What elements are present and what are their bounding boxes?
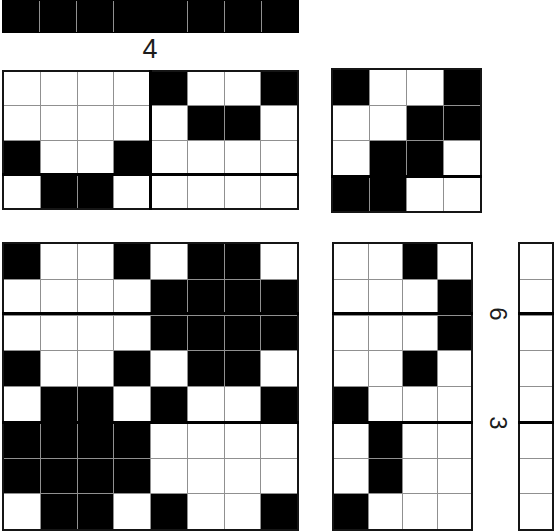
grid_c-cell-r1c4[interactable] [114, 244, 150, 279]
grid_a-cell-r4c2[interactable] [41, 175, 77, 208]
grid_d-cell-r5c1[interactable] [334, 387, 368, 422]
grid_a-cell-r4c1[interactable] [4, 175, 40, 208]
grid_c-cell-r2c5[interactable] [151, 280, 187, 315]
grid_c-cell-r2c2[interactable] [41, 280, 77, 315]
grid_d-cell-r1c1[interactable] [334, 244, 368, 279]
grid-top-right-board [331, 68, 482, 213]
grid_a-cell-r3c4[interactable] [114, 141, 150, 174]
grid_a-cell-r2c2[interactable] [41, 106, 77, 139]
grid_c-cell-r3c5[interactable] [151, 316, 187, 351]
grid_d-cell-r4c3[interactable] [403, 351, 437, 386]
grid_d-cell-r8c3[interactable] [403, 494, 437, 529]
answer-column-row2-divider [518, 312, 554, 315]
grid_c-cell-r4c8[interactable] [261, 351, 297, 386]
grid_c-cell-r6c8[interactable] [261, 423, 297, 458]
grid_c-cell-r3c6[interactable] [188, 316, 224, 351]
grid_d-cell-r7c3[interactable] [403, 459, 437, 494]
grid_c-cell-r2c6[interactable] [188, 280, 224, 315]
grid_c-cell-r4c2[interactable] [41, 351, 77, 386]
clue-number-6: 6 [484, 300, 512, 328]
grid_b-cell-r1c3[interactable] [407, 70, 443, 105]
grid_c-cell-r1c6[interactable] [188, 244, 224, 279]
top_bar-cell-r1c4 [114, 1, 150, 32]
grid_c-cell-r8c6[interactable] [188, 494, 224, 529]
grid_c-cell-r2c1[interactable] [4, 280, 40, 315]
grid_d-cell-r8c2[interactable] [369, 494, 403, 529]
grid_a-cell-r2c5[interactable] [151, 106, 187, 139]
grid_b-cell-r2c4[interactable] [444, 106, 480, 141]
grid_b-cell-r3c3[interactable] [407, 141, 443, 176]
grid_a-cell-r3c5[interactable] [151, 141, 187, 174]
grid_c-cell-r8c3[interactable] [78, 494, 114, 529]
grid_d-cell-r3c2[interactable] [369, 316, 403, 351]
answer_column-cell-r2c1[interactable] [520, 280, 552, 315]
answer-column [518, 242, 554, 531]
grid_c-cell-r8c1[interactable] [4, 494, 40, 529]
grid-bottom-middle-board [332, 242, 473, 531]
clue-number-4: 4 [132, 34, 168, 64]
grid_b-cell-r4c1[interactable] [333, 177, 369, 212]
answer-column-board [518, 242, 554, 531]
grid_b-cell-r1c4[interactable] [444, 70, 480, 105]
grid-top-right-row3-divider [331, 175, 482, 178]
grid_d-cell-r7c4[interactable] [438, 459, 472, 494]
answer_column-cell-r5c1[interactable] [520, 387, 552, 422]
grid_d-cell-r3c3[interactable] [403, 316, 437, 351]
grid_a-cell-r2c6[interactable] [188, 106, 224, 139]
grid_a-cell-r1c3[interactable] [78, 72, 114, 105]
answer-column-row5-divider [518, 421, 554, 424]
grid_c-cell-r6c7[interactable] [225, 423, 261, 458]
grid_c-cell-r7c5[interactable] [151, 459, 187, 494]
grid_a-cell-r3c1[interactable] [4, 141, 40, 174]
grid_c-cell-r5c2[interactable] [41, 387, 77, 422]
grid_d-cell-r4c4[interactable] [438, 351, 472, 386]
grid_a-cell-r1c6[interactable] [188, 72, 224, 105]
grid_d-cell-r5c4[interactable] [438, 387, 472, 422]
grid_a-cell-r1c1[interactable] [4, 72, 40, 105]
answer_column-cell-r7c1[interactable] [520, 459, 552, 494]
grid_b-cell-r4c4[interactable] [444, 177, 480, 212]
grid_c-cell-r4c5[interactable] [151, 351, 187, 386]
grid_a-cell-r4c5[interactable] [151, 175, 187, 208]
grid_a-cell-r4c6[interactable] [188, 175, 224, 208]
grid_c-cell-r8c5[interactable] [151, 494, 187, 529]
grid_c-cell-r3c1[interactable] [4, 316, 40, 351]
grid_b-cell-r3c4[interactable] [444, 141, 480, 176]
grid_c-cell-r7c2[interactable] [41, 459, 77, 494]
grid_c-cell-r3c2[interactable] [41, 316, 77, 351]
top-bar-center-divider [149, 0, 152, 33]
grid_c-cell-r7c6[interactable] [188, 459, 224, 494]
grid_c-cell-r3c4[interactable] [114, 316, 150, 351]
grid_d-cell-r6c2[interactable] [369, 423, 403, 458]
grid_a-cell-r4c3[interactable] [78, 175, 114, 208]
grid_c-cell-r5c5[interactable] [151, 387, 187, 422]
top-clue-bar [2, 0, 299, 33]
grid_d-cell-r4c1[interactable] [334, 351, 368, 386]
grid-bottom-left-row2-divider [2, 312, 299, 315]
answer_column-cell-r6c1[interactable] [520, 423, 552, 458]
answer_column-cell-r3c1[interactable] [520, 316, 552, 351]
grid_c-cell-r7c7[interactable] [225, 459, 261, 494]
grid-bottom-left-board [2, 242, 299, 531]
grid_a-cell-r1c8[interactable] [261, 72, 297, 105]
grid_b-cell-r4c3[interactable] [407, 177, 443, 212]
grid_d-cell-r6c1[interactable] [334, 423, 368, 458]
grid_c-cell-r4c4[interactable] [114, 351, 150, 386]
grid_c-cell-r1c2[interactable] [41, 244, 77, 279]
grid-bottom-middle-row2-divider [332, 312, 473, 315]
grid_c-cell-r4c1[interactable] [4, 351, 40, 386]
top_bar-cell-r1c6 [188, 1, 224, 32]
grid_a-cell-r3c8[interactable] [261, 141, 297, 174]
grid_d-cell-r8c4[interactable] [438, 494, 472, 529]
grid_c-cell-r6c6[interactable] [188, 423, 224, 458]
grid-top-left [2, 70, 299, 210]
grid_a-cell-r2c4[interactable] [114, 106, 150, 139]
top_bar-cell-r1c8 [262, 1, 298, 32]
grid_d-cell-r5c3[interactable] [403, 387, 437, 422]
grid_b-cell-r2c1[interactable] [333, 106, 369, 141]
grid_d-cell-r6c4[interactable] [438, 423, 472, 458]
grid_a-cell-r3c7[interactable] [225, 141, 261, 174]
grid_c-cell-r1c3[interactable] [78, 244, 114, 279]
grid_b-cell-r2c3[interactable] [407, 106, 443, 141]
grid_d-cell-r2c1[interactable] [334, 280, 368, 315]
grid_c-cell-r6c2[interactable] [41, 423, 77, 458]
grid-bottom-left-row5-divider [2, 421, 299, 424]
grid_d-cell-r8c1[interactable] [334, 494, 368, 529]
grid_d-cell-r7c1[interactable] [334, 459, 368, 494]
grid_b-cell-r3c2[interactable] [370, 141, 406, 176]
grid_a-cell-r1c7[interactable] [225, 72, 261, 105]
grid_b-cell-r2c2[interactable] [370, 106, 406, 141]
grid_c-cell-r8c2[interactable] [41, 494, 77, 529]
grid-bottom-middle [332, 242, 473, 531]
grid_c-cell-r5c4[interactable] [114, 387, 150, 422]
grid_d-cell-r7c2[interactable] [369, 459, 403, 494]
grid_c-cell-r8c8[interactable] [261, 494, 297, 529]
grid_c-cell-r3c8[interactable] [261, 316, 297, 351]
clue-number-3: 3 [484, 409, 512, 437]
grid-top-left-center-fold-line [149, 70, 152, 210]
grid_c-cell-r2c3[interactable] [78, 280, 114, 315]
grid_c-cell-r1c8[interactable] [261, 244, 297, 279]
grid_a-cell-r2c7[interactable] [225, 106, 261, 139]
grid_c-cell-r3c3[interactable] [78, 316, 114, 351]
grid_b-cell-r1c1[interactable] [333, 70, 369, 105]
grid_c-cell-r5c1[interactable] [4, 387, 40, 422]
grid_c-cell-r2c7[interactable] [225, 280, 261, 315]
grid_a-cell-r3c2[interactable] [41, 141, 77, 174]
grid_c-cell-r5c3[interactable] [78, 387, 114, 422]
grid_b-cell-r3c1[interactable] [333, 141, 369, 176]
grid_c-cell-r1c1[interactable] [4, 244, 40, 279]
grid_c-cell-r7c8[interactable] [261, 459, 297, 494]
grid_d-cell-r1c2[interactable] [369, 244, 403, 279]
grid_c-cell-r5c6[interactable] [188, 387, 224, 422]
grid_a-cell-r1c2[interactable] [41, 72, 77, 105]
grid_a-cell-r3c6[interactable] [188, 141, 224, 174]
grid_d-cell-r2c2[interactable] [369, 280, 403, 315]
grid_c-cell-r6c1[interactable] [4, 423, 40, 458]
top_bar-cell-r1c2 [40, 1, 76, 32]
grid_d-cell-r5c2[interactable] [369, 387, 403, 422]
grid_c-cell-r1c7[interactable] [225, 244, 261, 279]
grid_d-cell-r6c3[interactable] [403, 423, 437, 458]
grid_a-cell-r2c8[interactable] [261, 106, 297, 139]
grid-bottom-middle-row5-divider [332, 421, 473, 424]
grid_a-cell-r4c7[interactable] [225, 175, 261, 208]
top_bar-cell-r1c1 [3, 1, 39, 32]
grid_d-cell-r4c2[interactable] [369, 351, 403, 386]
grid_c-cell-r5c8[interactable] [261, 387, 297, 422]
grid_c-cell-r6c3[interactable] [78, 423, 114, 458]
grid_a-cell-r1c5[interactable] [151, 72, 187, 105]
top_bar-cell-r1c3 [77, 1, 113, 32]
answer_column-cell-r8c1[interactable] [520, 494, 552, 529]
grid-top-left-row3-divider [2, 173, 299, 176]
grid_c-cell-r1c5[interactable] [151, 244, 187, 279]
grid_d-cell-r1c3[interactable] [403, 244, 437, 279]
grid_a-cell-r4c4[interactable] [114, 175, 150, 208]
grid_a-cell-r3c3[interactable] [78, 141, 114, 174]
grid_c-cell-r4c6[interactable] [188, 351, 224, 386]
grid_c-cell-r8c7[interactable] [225, 494, 261, 529]
grid_b-cell-r4c2[interactable] [370, 177, 406, 212]
answer_column-cell-r1c1[interactable] [520, 244, 552, 279]
grid_a-cell-r2c1[interactable] [4, 106, 40, 139]
grid_b-cell-r1c2[interactable] [370, 70, 406, 105]
grid-top-right [331, 68, 482, 213]
grid_a-cell-r4c8[interactable] [261, 175, 297, 208]
grid_c-cell-r7c3[interactable] [78, 459, 114, 494]
grid_d-cell-r2c4[interactable] [438, 280, 472, 315]
grid_c-cell-r6c4[interactable] [114, 423, 150, 458]
answer_column-cell-r4c1[interactable] [520, 351, 552, 386]
grid_d-cell-r3c1[interactable] [334, 316, 368, 351]
grid_c-cell-r4c3[interactable] [78, 351, 114, 386]
top_bar-cell-r1c5 [151, 1, 187, 32]
grid_c-cell-r2c4[interactable] [114, 280, 150, 315]
grid_c-cell-r4c7[interactable] [225, 351, 261, 386]
grid_a-cell-r1c4[interactable] [114, 72, 150, 105]
grid_d-cell-r2c3[interactable] [403, 280, 437, 315]
grid_c-cell-r2c8[interactable] [261, 280, 297, 315]
top_bar-cell-r1c7 [225, 1, 261, 32]
grid-bottom-left [2, 242, 299, 531]
grid_c-cell-r7c4[interactable] [114, 459, 150, 494]
puzzle-canvas: 4 6 3 [0, 0, 556, 531]
grid_c-cell-r7c1[interactable] [4, 459, 40, 494]
grid_c-cell-r8c4[interactable] [114, 494, 150, 529]
grid_c-cell-r6c5[interactable] [151, 423, 187, 458]
grid_d-cell-r3c4[interactable] [438, 316, 472, 351]
grid_c-cell-r5c7[interactable] [225, 387, 261, 422]
grid_a-cell-r2c3[interactable] [78, 106, 114, 139]
grid_c-cell-r3c7[interactable] [225, 316, 261, 351]
grid_d-cell-r1c4[interactable] [438, 244, 472, 279]
